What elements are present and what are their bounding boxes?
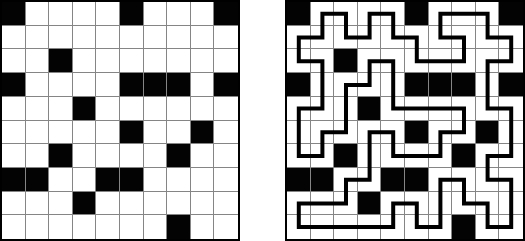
cell-solution-7-7[interactable] <box>452 168 476 192</box>
cell-puzzle-6-3[interactable] <box>73 144 97 168</box>
cell-puzzle-5-2[interactable] <box>49 121 73 145</box>
cell-puzzle-3-0[interactable] <box>2 73 26 97</box>
cell-solution-6-4[interactable] <box>381 144 405 168</box>
cell-solution-9-6[interactable] <box>429 215 453 239</box>
cell-solution-6-1[interactable] <box>311 144 335 168</box>
cell-puzzle-4-0[interactable] <box>2 97 26 121</box>
cell-puzzle-3-4[interactable] <box>96 73 120 97</box>
cell-puzzle-5-0[interactable] <box>2 121 26 145</box>
cell-puzzle-7-7[interactable] <box>167 168 191 192</box>
cell-solution-9-5[interactable] <box>405 215 429 239</box>
cell-puzzle-4-8[interactable] <box>191 97 215 121</box>
cell-puzzle-5-7[interactable] <box>167 121 191 145</box>
puzzle-cells <box>2 2 238 239</box>
cell-solution-9-9[interactable] <box>499 215 523 239</box>
cell-puzzle-2-6[interactable] <box>144 49 168 73</box>
cell-puzzle-1-1[interactable] <box>26 26 50 50</box>
cell-puzzle-2-4[interactable] <box>96 49 120 73</box>
cell-solution-6-5[interactable] <box>405 144 429 168</box>
solution-board <box>285 0 525 241</box>
cell-solution-1-8[interactable] <box>476 26 500 50</box>
cell-puzzle-2-5[interactable] <box>120 49 144 73</box>
cell-solution-6-6[interactable] <box>429 144 453 168</box>
cell-solution-2-0[interactable] <box>287 49 311 73</box>
cell-solution-7-0[interactable] <box>287 168 311 192</box>
cell-solution-1-7[interactable] <box>452 26 476 50</box>
cell-puzzle-7-1[interactable] <box>26 168 50 192</box>
cell-puzzle-7-4[interactable] <box>96 168 120 192</box>
cell-solution-4-7[interactable] <box>452 97 476 121</box>
cell-solution-9-0[interactable] <box>287 215 311 239</box>
cell-solution-3-5[interactable] <box>405 73 429 97</box>
cell-solution-7-1[interactable] <box>311 168 335 192</box>
cell-puzzle-4-7[interactable] <box>167 97 191 121</box>
cell-solution-8-4[interactable] <box>381 192 405 216</box>
cell-puzzle-8-5[interactable] <box>120 192 144 216</box>
cell-puzzle-6-1[interactable] <box>26 144 50 168</box>
cell-solution-6-7[interactable] <box>452 144 476 168</box>
cell-solution-8-5[interactable] <box>405 192 429 216</box>
cell-solution-1-2[interactable] <box>334 26 358 50</box>
cell-puzzle-0-2[interactable] <box>49 2 73 26</box>
cell-puzzle-7-0[interactable] <box>2 168 26 192</box>
cell-puzzle-9-4[interactable] <box>96 215 120 239</box>
cell-puzzle-0-9[interactable] <box>214 2 238 26</box>
cell-puzzle-6-0[interactable] <box>2 144 26 168</box>
cell-puzzle-3-6[interactable] <box>144 73 168 97</box>
cell-solution-8-8[interactable] <box>476 192 500 216</box>
cell-solution-9-3[interactable] <box>358 215 382 239</box>
cell-solution-0-6[interactable] <box>429 2 453 26</box>
cell-puzzle-6-8[interactable] <box>191 144 215 168</box>
cell-puzzle-8-1[interactable] <box>26 192 50 216</box>
cell-puzzle-4-6[interactable] <box>144 97 168 121</box>
cell-solution-2-2[interactable] <box>334 49 358 73</box>
cell-solution-8-7[interactable] <box>452 192 476 216</box>
cell-puzzle-8-3[interactable] <box>73 192 97 216</box>
cell-puzzle-1-7[interactable] <box>167 26 191 50</box>
cell-solution-9-8[interactable] <box>476 215 500 239</box>
cell-solution-5-6[interactable] <box>429 121 453 145</box>
cell-solution-6-2[interactable] <box>334 144 358 168</box>
cell-puzzle-9-1[interactable] <box>26 215 50 239</box>
cell-puzzle-8-0[interactable] <box>2 192 26 216</box>
cell-solution-2-5[interactable] <box>405 49 429 73</box>
cell-solution-5-5[interactable] <box>405 121 429 145</box>
cell-solution-1-0[interactable] <box>287 26 311 50</box>
cell-solution-7-2[interactable] <box>334 168 358 192</box>
cell-puzzle-0-8[interactable] <box>191 2 215 26</box>
cell-puzzle-4-5[interactable] <box>120 97 144 121</box>
cell-solution-7-3[interactable] <box>358 168 382 192</box>
cell-puzzle-3-7[interactable] <box>167 73 191 97</box>
cell-solution-9-2[interactable] <box>334 215 358 239</box>
cell-puzzle-9-7[interactable] <box>167 215 191 239</box>
cell-solution-2-7[interactable] <box>452 49 476 73</box>
cell-solution-2-8[interactable] <box>476 49 500 73</box>
cell-puzzle-8-6[interactable] <box>144 192 168 216</box>
cell-puzzle-5-1[interactable] <box>26 121 50 145</box>
cell-solution-6-9[interactable] <box>499 144 523 168</box>
cell-puzzle-5-4[interactable] <box>96 121 120 145</box>
cell-solution-7-4[interactable] <box>381 168 405 192</box>
cell-solution-5-3[interactable] <box>358 121 382 145</box>
cell-puzzle-7-6[interactable] <box>144 168 168 192</box>
cell-solution-1-3[interactable] <box>358 26 382 50</box>
cell-puzzle-8-9[interactable] <box>214 192 238 216</box>
cell-solution-0-4[interactable] <box>381 2 405 26</box>
cell-solution-7-6[interactable] <box>429 168 453 192</box>
cell-solution-3-4[interactable] <box>381 73 405 97</box>
cell-solution-5-9[interactable] <box>499 121 523 145</box>
cell-puzzle-5-5[interactable] <box>120 121 144 145</box>
cell-puzzle-0-6[interactable] <box>144 2 168 26</box>
cell-puzzle-2-0[interactable] <box>2 49 26 73</box>
cell-puzzle-9-0[interactable] <box>2 215 26 239</box>
cell-solution-5-4[interactable] <box>381 121 405 145</box>
cell-solution-0-2[interactable] <box>334 2 358 26</box>
cell-solution-1-5[interactable] <box>405 26 429 50</box>
cell-puzzle-4-4[interactable] <box>96 97 120 121</box>
cell-puzzle-6-7[interactable] <box>167 144 191 168</box>
cell-puzzle-1-2[interactable] <box>49 26 73 50</box>
cell-solution-4-8[interactable] <box>476 97 500 121</box>
solution-cells <box>287 2 523 239</box>
cell-solution-2-9[interactable] <box>499 49 523 73</box>
cell-puzzle-9-8[interactable] <box>191 215 215 239</box>
cell-solution-1-9[interactable] <box>499 26 523 50</box>
cell-solution-8-9[interactable] <box>499 192 523 216</box>
cell-solution-3-0[interactable] <box>287 73 311 97</box>
cell-puzzle-5-9[interactable] <box>214 121 238 145</box>
cell-puzzle-0-1[interactable] <box>26 2 50 26</box>
cell-puzzle-5-8[interactable] <box>191 121 215 145</box>
cell-solution-0-9[interactable] <box>499 2 523 26</box>
cell-puzzle-3-1[interactable] <box>26 73 50 97</box>
cell-solution-1-4[interactable] <box>381 26 405 50</box>
cell-solution-6-3[interactable] <box>358 144 382 168</box>
cell-solution-7-8[interactable] <box>476 168 500 192</box>
cell-solution-4-1[interactable] <box>311 97 335 121</box>
cell-solution-1-1[interactable] <box>311 26 335 50</box>
cell-puzzle-7-2[interactable] <box>49 168 73 192</box>
cell-puzzle-4-1[interactable] <box>26 97 50 121</box>
cell-puzzle-1-9[interactable] <box>214 26 238 50</box>
cell-solution-7-9[interactable] <box>499 168 523 192</box>
cell-solution-2-3[interactable] <box>358 49 382 73</box>
cell-puzzle-4-3[interactable] <box>73 97 97 121</box>
cell-puzzle-3-8[interactable] <box>191 73 215 97</box>
cell-puzzle-1-8[interactable] <box>191 26 215 50</box>
cell-solution-9-1[interactable] <box>311 215 335 239</box>
cell-solution-8-0[interactable] <box>287 192 311 216</box>
cell-puzzle-6-4[interactable] <box>96 144 120 168</box>
cell-puzzle-8-2[interactable] <box>49 192 73 216</box>
cell-puzzle-0-3[interactable] <box>73 2 97 26</box>
cell-puzzle-5-6[interactable] <box>144 121 168 145</box>
cell-puzzle-9-5[interactable] <box>120 215 144 239</box>
cell-solution-8-6[interactable] <box>429 192 453 216</box>
cell-puzzle-5-3[interactable] <box>73 121 97 145</box>
cell-puzzle-7-8[interactable] <box>191 168 215 192</box>
cell-solution-4-4[interactable] <box>381 97 405 121</box>
cell-solution-2-6[interactable] <box>429 49 453 73</box>
cell-solution-3-2[interactable] <box>334 73 358 97</box>
cell-puzzle-1-3[interactable] <box>73 26 97 50</box>
cell-solution-0-5[interactable] <box>405 2 429 26</box>
cell-puzzle-7-5[interactable] <box>120 168 144 192</box>
cell-puzzle-9-2[interactable] <box>49 215 73 239</box>
cell-puzzle-8-7[interactable] <box>167 192 191 216</box>
cell-puzzle-2-9[interactable] <box>214 49 238 73</box>
cell-puzzle-7-9[interactable] <box>214 168 238 192</box>
cell-puzzle-0-0[interactable] <box>2 2 26 26</box>
cell-solution-9-4[interactable] <box>381 215 405 239</box>
cell-solution-3-7[interactable] <box>452 73 476 97</box>
cell-solution-4-5[interactable] <box>405 97 429 121</box>
cell-solution-8-3[interactable] <box>358 192 382 216</box>
cell-solution-4-3[interactable] <box>358 97 382 121</box>
cell-solution-8-2[interactable] <box>334 192 358 216</box>
cell-solution-4-6[interactable] <box>429 97 453 121</box>
cell-solution-3-3[interactable] <box>358 73 382 97</box>
cell-solution-1-6[interactable] <box>429 26 453 50</box>
cell-puzzle-7-3[interactable] <box>73 168 97 192</box>
cell-solution-5-0[interactable] <box>287 121 311 145</box>
cell-solution-0-0[interactable] <box>287 2 311 26</box>
cell-solution-5-1[interactable] <box>311 121 335 145</box>
cell-solution-0-3[interactable] <box>358 2 382 26</box>
cell-solution-2-4[interactable] <box>381 49 405 73</box>
cell-solution-0-1[interactable] <box>311 2 335 26</box>
cell-solution-5-2[interactable] <box>334 121 358 145</box>
cell-puzzle-8-4[interactable] <box>96 192 120 216</box>
cell-solution-9-7[interactable] <box>452 215 476 239</box>
cell-puzzle-1-6[interactable] <box>144 26 168 50</box>
simple-loop-diagram <box>0 0 525 241</box>
cell-solution-0-8[interactable] <box>476 2 500 26</box>
cell-solution-6-0[interactable] <box>287 144 311 168</box>
cell-puzzle-6-5[interactable] <box>120 144 144 168</box>
cell-puzzle-9-3[interactable] <box>73 215 97 239</box>
cell-puzzle-2-7[interactable] <box>167 49 191 73</box>
cell-puzzle-0-7[interactable] <box>167 2 191 26</box>
cell-solution-2-1[interactable] <box>311 49 335 73</box>
cell-solution-3-6[interactable] <box>429 73 453 97</box>
cell-solution-4-0[interactable] <box>287 97 311 121</box>
cell-puzzle-8-8[interactable] <box>191 192 215 216</box>
cell-puzzle-9-9[interactable] <box>214 215 238 239</box>
cell-puzzle-2-2[interactable] <box>49 49 73 73</box>
cell-puzzle-2-3[interactable] <box>73 49 97 73</box>
cell-puzzle-1-5[interactable] <box>120 26 144 50</box>
cell-puzzle-6-9[interactable] <box>214 144 238 168</box>
cell-puzzle-4-2[interactable] <box>49 97 73 121</box>
cell-puzzle-9-6[interactable] <box>144 215 168 239</box>
cell-solution-4-9[interactable] <box>499 97 523 121</box>
cell-solution-0-7[interactable] <box>452 2 476 26</box>
cell-puzzle-3-2[interactable] <box>49 73 73 97</box>
puzzle-board <box>0 0 240 241</box>
cell-solution-3-9[interactable] <box>499 73 523 97</box>
cell-puzzle-1-4[interactable] <box>96 26 120 50</box>
cell-puzzle-6-6[interactable] <box>144 144 168 168</box>
cell-solution-8-1[interactable] <box>311 192 335 216</box>
cell-puzzle-0-4[interactable] <box>96 2 120 26</box>
cell-puzzle-6-2[interactable] <box>49 144 73 168</box>
cell-puzzle-3-3[interactable] <box>73 73 97 97</box>
cell-puzzle-3-5[interactable] <box>120 73 144 97</box>
cell-solution-5-7[interactable] <box>452 121 476 145</box>
cell-solution-6-8[interactable] <box>476 144 500 168</box>
cell-solution-3-8[interactable] <box>476 73 500 97</box>
cell-solution-3-1[interactable] <box>311 73 335 97</box>
cell-puzzle-2-8[interactable] <box>191 49 215 73</box>
cell-puzzle-0-5[interactable] <box>120 2 144 26</box>
cell-solution-7-5[interactable] <box>405 168 429 192</box>
cell-puzzle-4-9[interactable] <box>214 97 238 121</box>
cell-puzzle-3-9[interactable] <box>214 73 238 97</box>
cell-puzzle-1-0[interactable] <box>2 26 26 50</box>
cell-solution-4-2[interactable] <box>334 97 358 121</box>
cell-puzzle-2-1[interactable] <box>26 49 50 73</box>
cell-solution-5-8[interactable] <box>476 121 500 145</box>
